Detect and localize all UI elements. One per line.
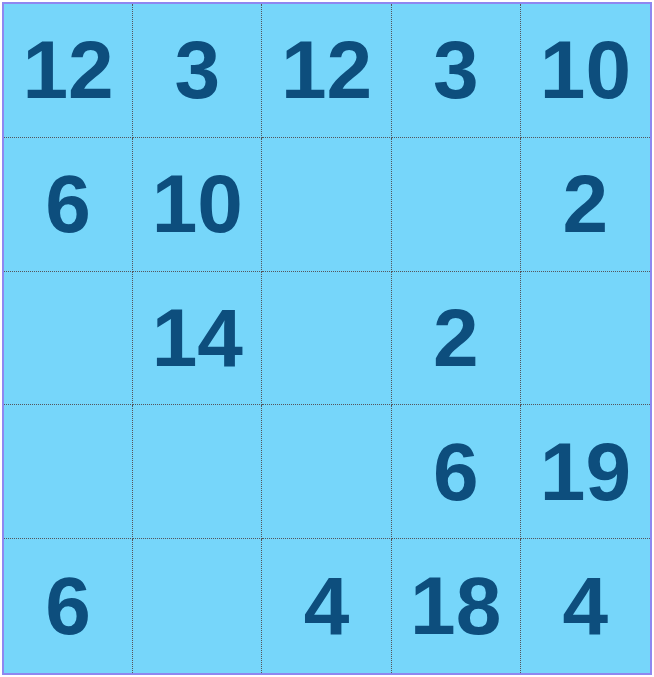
cell-r1c5[interactable]: 10 — [521, 4, 650, 138]
cell-r5c2[interactable] — [133, 539, 262, 673]
cell-r3c5[interactable] — [521, 272, 650, 406]
cell-r2c1[interactable]: 6 — [4, 138, 133, 272]
cell-r4c5[interactable]: 19 — [521, 405, 650, 539]
cell-r2c5[interactable]: 2 — [521, 138, 650, 272]
cell-r3c3[interactable] — [262, 272, 391, 406]
cell-r4c3[interactable] — [262, 405, 391, 539]
cell-r5c1[interactable]: 6 — [4, 539, 133, 673]
puzzle-board: 12 3 12 3 10 6 10 2 14 2 6 19 6 4 18 4 — [2, 2, 652, 675]
cell-r5c4[interactable]: 18 — [392, 539, 521, 673]
cell-r2c3[interactable] — [262, 138, 391, 272]
cell-r1c4[interactable]: 3 — [392, 4, 521, 138]
cell-r4c2[interactable] — [133, 405, 262, 539]
cell-r1c1[interactable]: 12 — [4, 4, 133, 138]
cell-r2c2[interactable]: 10 — [133, 138, 262, 272]
cell-r4c1[interactable] — [4, 405, 133, 539]
cell-r1c3[interactable]: 12 — [262, 4, 391, 138]
cell-r3c2[interactable]: 14 — [133, 272, 262, 406]
cell-r2c4[interactable] — [392, 138, 521, 272]
cell-r1c2[interactable]: 3 — [133, 4, 262, 138]
cell-r4c4[interactable]: 6 — [392, 405, 521, 539]
cell-r5c5[interactable]: 4 — [521, 539, 650, 673]
cell-r3c1[interactable] — [4, 272, 133, 406]
cell-r5c3[interactable]: 4 — [262, 539, 391, 673]
cell-r3c4[interactable]: 2 — [392, 272, 521, 406]
